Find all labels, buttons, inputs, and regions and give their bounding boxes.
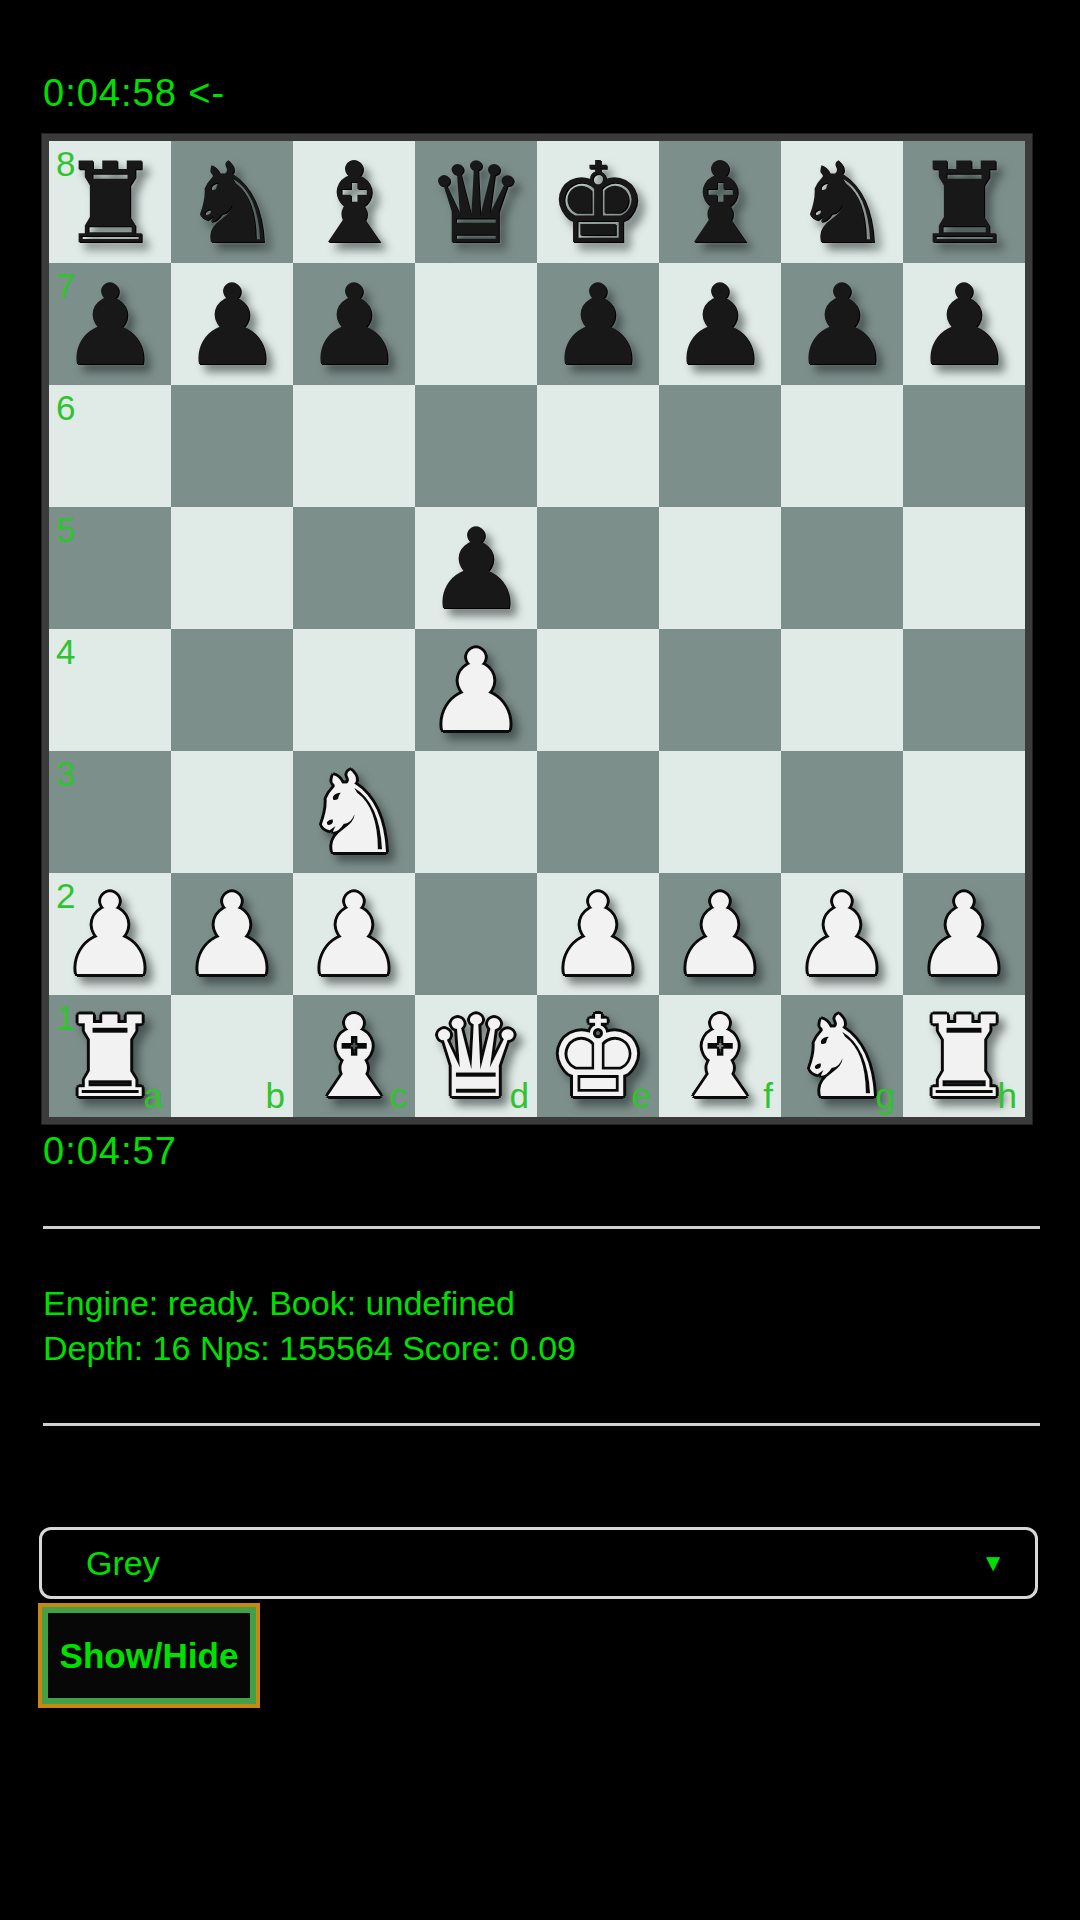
piece-white-knight: ♞ <box>293 751 415 873</box>
square-c8[interactable]: ♝ <box>293 141 415 263</box>
square-a8[interactable]: ♜8 <box>49 141 171 263</box>
square-f4[interactable] <box>659 629 781 751</box>
rank-label-5: 5 <box>56 512 75 547</box>
piece-black-pawn: ♟ <box>659 263 781 385</box>
square-g3[interactable] <box>781 751 903 873</box>
square-d2[interactable] <box>415 873 537 995</box>
app-screen: 0:04:58 <- ♜8♞♝♛♚♝♞♜♟7♟♟♟♟♟♟65♟4♟3♞♟2♟♟♟… <box>0 0 1080 1920</box>
piece-black-rook: ♜ <box>903 141 1025 263</box>
square-a4[interactable]: 4 <box>49 629 171 751</box>
square-g7[interactable]: ♟ <box>781 263 903 385</box>
square-d7[interactable] <box>415 263 537 385</box>
show-hide-button-label: Show/Hide <box>60 1636 239 1676</box>
black-clock: 0:04:58 <- <box>43 72 225 115</box>
square-g2[interactable]: ♟ <box>781 873 903 995</box>
file-label-c: c <box>390 1078 408 1113</box>
piece-white-pawn: ♟ <box>903 873 1025 995</box>
square-b4[interactable] <box>171 629 293 751</box>
square-h4[interactable] <box>903 629 1025 751</box>
rank-label-3: 3 <box>56 756 75 791</box>
square-b3[interactable] <box>171 751 293 873</box>
square-e6[interactable] <box>537 385 659 507</box>
piece-black-queen: ♛ <box>415 141 537 263</box>
square-f5[interactable] <box>659 507 781 629</box>
piece-black-pawn: ♟ <box>171 263 293 385</box>
square-d3[interactable] <box>415 751 537 873</box>
rank-label-7: 7 <box>56 268 75 303</box>
piece-black-king: ♚ <box>537 141 659 263</box>
square-d4[interactable]: ♟ <box>415 629 537 751</box>
square-a1[interactable]: ♜1a <box>49 995 171 1117</box>
turn-indicator-arrow: <- <box>188 72 225 114</box>
square-c5[interactable] <box>293 507 415 629</box>
square-c2[interactable]: ♟ <box>293 873 415 995</box>
divider-line <box>43 1226 1040 1229</box>
square-h3[interactable] <box>903 751 1025 873</box>
file-label-a: a <box>144 1078 163 1113</box>
piece-white-pawn: ♟ <box>415 629 537 751</box>
square-g4[interactable] <box>781 629 903 751</box>
piece-white-pawn: ♟ <box>171 873 293 995</box>
square-d8[interactable]: ♛ <box>415 141 537 263</box>
square-a5[interactable]: 5 <box>49 507 171 629</box>
file-label-f: f <box>763 1078 773 1113</box>
square-f2[interactable]: ♟ <box>659 873 781 995</box>
square-a6[interactable]: 6 <box>49 385 171 507</box>
file-label-e: e <box>632 1078 651 1113</box>
show-hide-button[interactable]: Show/Hide <box>38 1603 260 1708</box>
piece-white-pawn: ♟ <box>293 873 415 995</box>
rank-label-4: 4 <box>56 634 75 669</box>
square-c4[interactable] <box>293 629 415 751</box>
rank-label-8: 8 <box>56 146 75 181</box>
square-e8[interactable]: ♚ <box>537 141 659 263</box>
square-h6[interactable] <box>903 385 1025 507</box>
white-clock-time: 0:04:57 <box>43 1130 177 1172</box>
square-f7[interactable]: ♟ <box>659 263 781 385</box>
file-label-g: g <box>876 1078 895 1113</box>
piece-white-pawn: ♟ <box>781 873 903 995</box>
square-g6[interactable] <box>781 385 903 507</box>
chess-board[interactable]: ♜8♞♝♛♚♝♞♜♟7♟♟♟♟♟♟65♟4♟3♞♟2♟♟♟♟♟♟♜1ab♝c♛d… <box>42 134 1032 1124</box>
divider-line <box>43 1423 1040 1426</box>
square-a2[interactable]: ♟2 <box>49 873 171 995</box>
square-f6[interactable] <box>659 385 781 507</box>
square-c7[interactable]: ♟ <box>293 263 415 385</box>
square-c3[interactable]: ♞ <box>293 751 415 873</box>
square-f8[interactable]: ♝ <box>659 141 781 263</box>
piece-black-pawn: ♟ <box>537 263 659 385</box>
square-a3[interactable]: 3 <box>49 751 171 873</box>
piece-black-pawn: ♟ <box>781 263 903 385</box>
square-b7[interactable]: ♟ <box>171 263 293 385</box>
square-e1[interactable]: ♚e <box>537 995 659 1117</box>
file-label-b: b <box>266 1078 285 1113</box>
square-h1[interactable]: ♜h <box>903 995 1025 1117</box>
square-b2[interactable]: ♟ <box>171 873 293 995</box>
color-scheme-value: Grey <box>86 1544 160 1583</box>
file-label-h: h <box>998 1078 1017 1113</box>
square-c1[interactable]: ♝c <box>293 995 415 1117</box>
piece-white-pawn: ♟ <box>659 873 781 995</box>
square-b6[interactable] <box>171 385 293 507</box>
square-h5[interactable] <box>903 507 1025 629</box>
engine-depth-line: Depth: 16 Nps: 155564 Score: 0.09 <box>43 1326 576 1371</box>
square-d1[interactable]: ♛d <box>415 995 537 1117</box>
white-clock: 0:04:57 <box>43 1130 177 1173</box>
color-scheme-select[interactable]: Grey ▼ <box>39 1527 1038 1599</box>
show-hide-button-inner: Show/Hide <box>42 1607 256 1704</box>
engine-status-line: Engine: ready. Book: undefined <box>43 1281 576 1326</box>
square-f1[interactable]: ♝f <box>659 995 781 1117</box>
engine-status-panel: Engine: ready. Book: undefined Depth: 16… <box>43 1281 576 1371</box>
piece-black-pawn: ♟ <box>293 263 415 385</box>
square-d5[interactable]: ♟ <box>415 507 537 629</box>
chevron-down-icon: ▼ <box>981 1549 1005 1577</box>
square-f3[interactable] <box>659 751 781 873</box>
piece-black-pawn: ♟ <box>415 507 537 629</box>
file-label-d: d <box>510 1078 529 1113</box>
square-h2[interactable]: ♟ <box>903 873 1025 995</box>
piece-black-bishop: ♝ <box>659 141 781 263</box>
piece-black-knight: ♞ <box>171 141 293 263</box>
rank-label-6: 6 <box>56 390 75 425</box>
square-a7[interactable]: ♟7 <box>49 263 171 385</box>
rank-label-2: 2 <box>56 878 75 913</box>
piece-white-pawn: ♟ <box>537 873 659 995</box>
piece-black-knight: ♞ <box>781 141 903 263</box>
square-e2[interactable]: ♟ <box>537 873 659 995</box>
square-e5[interactable] <box>537 507 659 629</box>
square-h7[interactable]: ♟ <box>903 263 1025 385</box>
square-g5[interactable] <box>781 507 903 629</box>
square-e4[interactable] <box>537 629 659 751</box>
square-b1[interactable]: b <box>171 995 293 1117</box>
square-g1[interactable]: ♞g <box>781 995 903 1117</box>
square-d6[interactable] <box>415 385 537 507</box>
square-b8[interactable]: ♞ <box>171 141 293 263</box>
piece-black-pawn: ♟ <box>903 263 1025 385</box>
square-h8[interactable]: ♜ <box>903 141 1025 263</box>
square-c6[interactable] <box>293 385 415 507</box>
square-g8[interactable]: ♞ <box>781 141 903 263</box>
square-e7[interactable]: ♟ <box>537 263 659 385</box>
square-b5[interactable] <box>171 507 293 629</box>
rank-label-1: 1 <box>56 1000 75 1035</box>
square-e3[interactable] <box>537 751 659 873</box>
piece-black-bishop: ♝ <box>293 141 415 263</box>
black-clock-time: 0:04:58 <box>43 72 177 114</box>
